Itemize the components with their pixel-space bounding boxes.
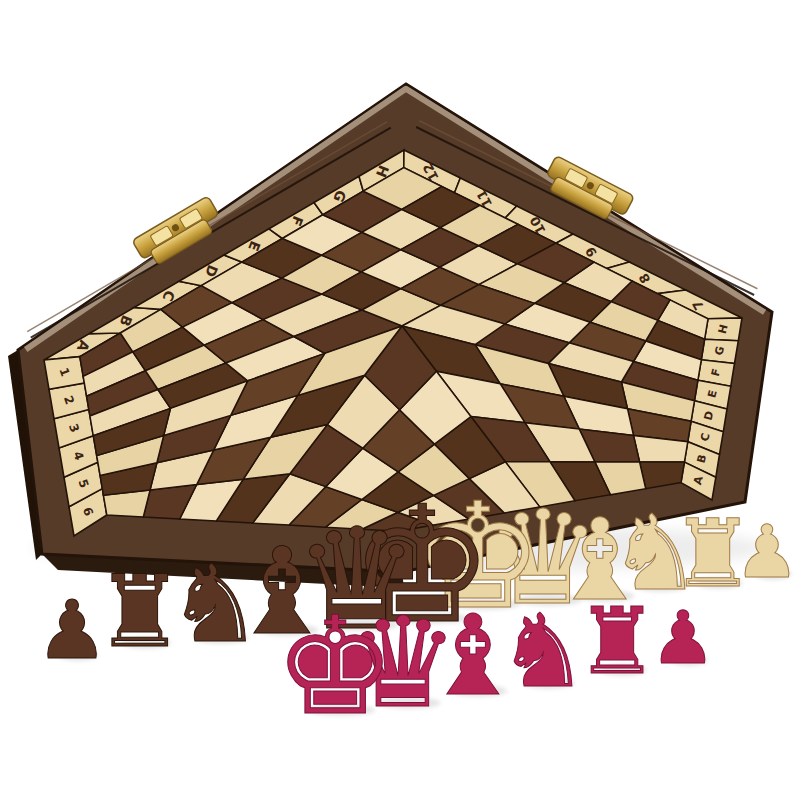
- brown-rook[interactable]: ♜: [96, 554, 185, 669]
- board: ABCDEFGH121110987HGFEDCBA654321 ♟♜♞♝♛♚♚♛…: [0, 0, 800, 800]
- red-pawn[interactable]: ♟: [650, 595, 715, 680]
- brown-pawn[interactable]: ♟: [36, 583, 109, 677]
- red-king[interactable]: ♚: [274, 588, 395, 745]
- three-player-chess-set-photo: ABCDEFGH121110987HGFEDCBA654321 ♟♜♞♝♛♚♚♛…: [0, 0, 800, 800]
